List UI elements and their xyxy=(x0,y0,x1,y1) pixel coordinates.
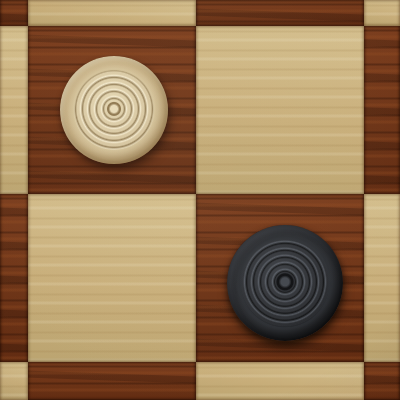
board-square-r1-c3-dark[interactable] xyxy=(364,26,400,194)
board-square-r3-c2-light[interactable] xyxy=(196,362,364,400)
board-square-r0-c3-light[interactable] xyxy=(364,0,400,26)
board-square-r3-c3-dark[interactable] xyxy=(364,362,400,400)
board-square-r0-c2-dark[interactable] xyxy=(196,0,364,26)
board-viewport xyxy=(0,0,400,400)
board-square-r0-c0-dark[interactable] xyxy=(0,0,28,26)
board-square-r0-c1-light[interactable] xyxy=(28,0,196,26)
checkers-board xyxy=(0,0,400,400)
board-square-r2-c3-light[interactable] xyxy=(364,194,400,362)
black-checker[interactable] xyxy=(227,225,343,341)
board-square-r2-c1-light[interactable] xyxy=(28,194,196,362)
board-square-r2-c0-dark[interactable] xyxy=(0,194,28,362)
white-checker[interactable] xyxy=(60,56,168,164)
board-square-r1-c2-light[interactable] xyxy=(196,26,364,194)
board-square-r1-c0-light[interactable] xyxy=(0,26,28,194)
board-square-r3-c0-light[interactable] xyxy=(0,362,28,400)
board-square-r3-c1-dark[interactable] xyxy=(28,362,196,400)
